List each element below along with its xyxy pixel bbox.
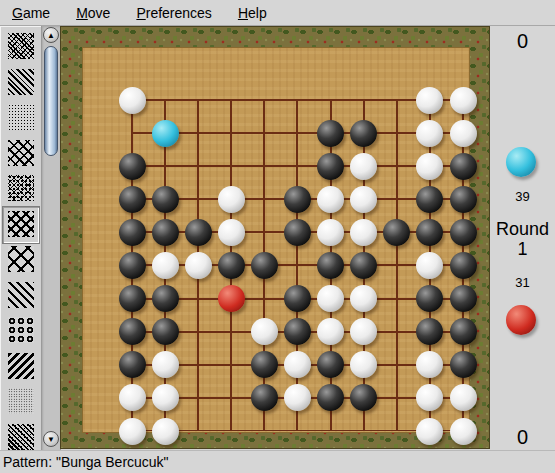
pattern-swatch-dotted-diamonds[interactable] bbox=[8, 175, 34, 201]
black-stone-c6r1[interactable] bbox=[317, 120, 344, 147]
blue-player-score: 39 bbox=[490, 189, 555, 204]
dense-diagonal-scribble-pattern-icon bbox=[8, 33, 34, 59]
black-stone-c3r5[interactable] bbox=[218, 252, 245, 279]
menu-help[interactable]: Help bbox=[238, 5, 267, 21]
white-stone-c9r2[interactable] bbox=[416, 153, 443, 180]
white-stone-c7r4[interactable] bbox=[350, 219, 377, 246]
cyan-stone-c1r1[interactable] bbox=[152, 120, 179, 147]
white-stone-c0r9[interactable] bbox=[119, 384, 146, 411]
black-stone-c10r2[interactable] bbox=[450, 153, 477, 180]
white-stone-c1r5[interactable] bbox=[152, 252, 179, 279]
red-stone-c3r6[interactable] bbox=[218, 285, 245, 312]
dense-dither-pattern-icon bbox=[8, 104, 34, 130]
round-number: 1 bbox=[490, 239, 555, 260]
black-stone-c1r4[interactable] bbox=[152, 219, 179, 246]
pattern-swatch-x-lattice[interactable] bbox=[8, 211, 34, 237]
pattern-swatch-zigzag[interactable] bbox=[8, 353, 34, 379]
white-stone-c1r8[interactable] bbox=[152, 351, 179, 378]
white-stone-c10r9[interactable] bbox=[450, 384, 477, 411]
white-stone-c7r2[interactable] bbox=[350, 153, 377, 180]
status-pattern-text: Pattern: "Bunga Bercucuk" bbox=[3, 454, 169, 470]
game-window: GameMovePreferencesHelp ▲ ▼ 0 39 Round 1… bbox=[0, 0, 555, 473]
white-stone-c9r10[interactable] bbox=[416, 418, 443, 445]
black-stone-c5r3[interactable] bbox=[284, 186, 311, 213]
black-stone-c1r3[interactable] bbox=[152, 186, 179, 213]
scattered-crosses-pattern-icon bbox=[8, 140, 34, 166]
white-stone-c10r10[interactable] bbox=[450, 418, 477, 445]
white-stone-c6r3[interactable] bbox=[317, 186, 344, 213]
black-stone-c1r7[interactable] bbox=[152, 318, 179, 345]
dotted-diamonds-pattern-icon bbox=[8, 175, 34, 201]
black-stone-c10r6[interactable] bbox=[450, 285, 477, 312]
black-stone-c1r6[interactable] bbox=[152, 285, 179, 312]
pattern-swatch-rings[interactable] bbox=[8, 317, 34, 343]
pattern-swatch-scattered-crosses[interactable] bbox=[8, 140, 34, 166]
zigzag-pattern-icon bbox=[8, 353, 34, 379]
pattern-swatch-dense-dots[interactable] bbox=[8, 388, 34, 414]
pattern-sidebar: ▲ ▼ bbox=[0, 26, 61, 450]
status-bar: Pattern: "Bunga Bercucuk" bbox=[0, 450, 555, 473]
menu-game[interactable]: Game bbox=[12, 5, 50, 21]
sidebar-scrollbar[interactable]: ▲ ▼ bbox=[41, 26, 60, 450]
pattern-swatch-dense-dither[interactable] bbox=[8, 104, 34, 130]
white-stone-c1r10[interactable] bbox=[152, 418, 179, 445]
black-stone-c10r7[interactable] bbox=[450, 318, 477, 345]
red-player-score: 31 bbox=[490, 275, 555, 290]
menu-move[interactable]: Move bbox=[76, 5, 110, 21]
black-stone-c5r4[interactable] bbox=[284, 219, 311, 246]
scroll-up-icon[interactable]: ▲ bbox=[43, 27, 59, 43]
black-stone-c5r6[interactable] bbox=[284, 285, 311, 312]
board-grid bbox=[131, 99, 464, 431]
black-stone-c0r2[interactable] bbox=[119, 153, 146, 180]
pattern-swatch-diagonal-dashes[interactable] bbox=[8, 69, 34, 95]
black-stone-c4r5[interactable] bbox=[251, 252, 278, 279]
large-x-lattice-pattern-icon bbox=[8, 246, 34, 272]
white-stone-c10r0[interactable] bbox=[450, 87, 477, 114]
black-stone-c0r6[interactable] bbox=[119, 285, 146, 312]
black-stone-c10r4[interactable] bbox=[450, 219, 477, 246]
x-lattice-pattern-icon bbox=[8, 211, 34, 237]
dense-diagonal-dots-pattern-icon bbox=[8, 424, 34, 450]
red-player-ball-icon bbox=[506, 305, 536, 335]
black-stone-c10r3[interactable] bbox=[450, 186, 477, 213]
white-stone-c3r3[interactable] bbox=[218, 186, 245, 213]
black-stone-c6r5[interactable] bbox=[317, 252, 344, 279]
black-stone-c7r1[interactable] bbox=[350, 120, 377, 147]
white-stone-c6r6[interactable] bbox=[317, 285, 344, 312]
black-stone-c0r5[interactable] bbox=[119, 252, 146, 279]
blue-player-ball-icon bbox=[506, 147, 536, 177]
dense-dots-pattern-icon bbox=[8, 388, 34, 414]
white-stone-c0r10[interactable] bbox=[119, 418, 146, 445]
pattern-swatch-dense-diagonal-scribble[interactable] bbox=[8, 33, 34, 59]
black-stone-c0r8[interactable] bbox=[119, 351, 146, 378]
black-stone-c0r3[interactable] bbox=[119, 186, 146, 213]
white-stone-c1r9[interactable] bbox=[152, 384, 179, 411]
game-board[interactable] bbox=[60, 26, 490, 449]
scrollbar-thumb[interactable] bbox=[44, 46, 58, 156]
black-stone-c7r5[interactable] bbox=[350, 252, 377, 279]
black-stone-c5r7[interactable] bbox=[284, 318, 311, 345]
rings-pattern-icon bbox=[8, 317, 34, 343]
score-panel: 0 39 Round 1 31 0 bbox=[490, 26, 555, 449]
black-stone-c4r8[interactable] bbox=[251, 351, 278, 378]
black-stone-c8r4[interactable] bbox=[383, 219, 410, 246]
white-stone-c6r4[interactable] bbox=[317, 219, 344, 246]
white-stone-c0r0[interactable] bbox=[119, 87, 146, 114]
diagonal-hatch-pattern-icon bbox=[8, 282, 34, 308]
pattern-list bbox=[0, 26, 40, 450]
pattern-swatch-diagonal-hatch[interactable] bbox=[8, 282, 34, 308]
black-stone-c0r4[interactable] bbox=[119, 219, 146, 246]
black-stone-c6r2[interactable] bbox=[317, 153, 344, 180]
menu-preferences[interactable]: Preferences bbox=[136, 5, 212, 21]
diagonal-dashes-pattern-icon bbox=[8, 69, 34, 95]
black-stone-c0r7[interactable] bbox=[119, 318, 146, 345]
white-stone-c9r1[interactable] bbox=[416, 120, 443, 147]
scroll-down-icon[interactable]: ▼ bbox=[43, 431, 59, 447]
menu-bar: GameMovePreferencesHelp bbox=[0, 0, 555, 26]
top-captures-count: 0 bbox=[490, 30, 555, 53]
white-stone-c7r3[interactable] bbox=[350, 186, 377, 213]
round-label: Round bbox=[490, 219, 555, 240]
black-stone-c9r3[interactable] bbox=[416, 186, 443, 213]
white-stone-c2r5[interactable] bbox=[185, 252, 212, 279]
bottom-captures-count: 0 bbox=[490, 426, 555, 449]
white-stone-c10r1[interactable] bbox=[450, 120, 477, 147]
white-stone-c3r4[interactable] bbox=[218, 219, 245, 246]
board-field[interactable] bbox=[82, 47, 470, 433]
black-stone-c10r5[interactable] bbox=[450, 252, 477, 279]
black-stone-c2r4[interactable] bbox=[185, 219, 212, 246]
white-stone-c4r7[interactable] bbox=[251, 318, 278, 345]
black-stone-c10r8[interactable] bbox=[450, 351, 477, 378]
pattern-swatch-large-x-lattice[interactable] bbox=[8, 246, 34, 272]
pattern-swatch-dense-diagonal-dots[interactable] bbox=[8, 424, 34, 450]
white-stone-c9r0[interactable] bbox=[416, 87, 443, 114]
